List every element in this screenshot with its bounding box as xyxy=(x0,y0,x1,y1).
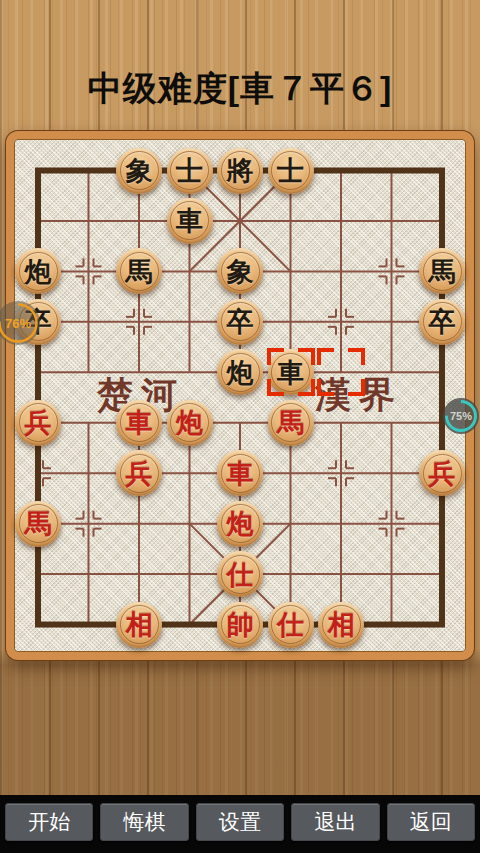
piece-glyph: 馬 xyxy=(277,409,304,436)
piece-red-soldier[interactable]: 兵 xyxy=(116,450,162,496)
piece-glyph: 兵 xyxy=(126,460,153,487)
black-progress-badge: 76% xyxy=(0,301,40,345)
piece-glyph: 兵 xyxy=(429,460,456,487)
start-button[interactable]: 开始 xyxy=(5,803,93,841)
game-screen: 中级难度[車７平６] 楚河 漢界 象士將士車炮馬象馬卒卒卒炮車兵車炮馬兵車兵馬炮… xyxy=(0,0,480,853)
piece-glyph: 將 xyxy=(227,157,254,184)
piece-black-chariot[interactable]: 車 xyxy=(167,198,213,244)
piece-glyph: 馬 xyxy=(429,258,456,285)
red-progress-badge: 75% xyxy=(443,398,479,434)
piece-glyph: 炮 xyxy=(227,359,254,386)
piece-red-cannon[interactable]: 炮 xyxy=(167,400,213,446)
piece-glyph: 炮 xyxy=(227,510,254,537)
piece-glyph: 馬 xyxy=(126,258,153,285)
back-button[interactable]: 返回 xyxy=(387,803,475,841)
piece-glyph: 兵 xyxy=(25,409,52,436)
piece-glyph: 仕 xyxy=(227,561,254,588)
piece-black-cannon[interactable]: 炮 xyxy=(217,349,263,395)
piece-black-advisor[interactable]: 士 xyxy=(268,148,314,194)
piece-black-advisor[interactable]: 士 xyxy=(167,148,213,194)
piece-black-soldier[interactable]: 卒 xyxy=(419,299,465,345)
settings-button[interactable]: 设置 xyxy=(196,803,284,841)
exit-button[interactable]: 退出 xyxy=(291,803,379,841)
piece-red-elephant[interactable]: 相 xyxy=(116,602,162,648)
piece-red-soldier[interactable]: 兵 xyxy=(419,450,465,496)
piece-glyph: 卒 xyxy=(429,308,456,335)
page-title: 中级难度[車７平６] xyxy=(0,66,480,112)
piece-red-soldier[interactable]: 兵 xyxy=(15,400,61,446)
piece-glyph: 相 xyxy=(126,611,153,638)
piece-glyph: 馬 xyxy=(25,510,52,537)
piece-glyph: 仕 xyxy=(277,611,304,638)
piece-red-elephant[interactable]: 相 xyxy=(318,602,364,648)
piece-glyph: 車 xyxy=(126,409,153,436)
piece-glyph: 炮 xyxy=(176,409,203,436)
bottom-toolbar: 开始 悔棋 设置 退出 返回 xyxy=(0,795,480,853)
piece-red-advisor[interactable]: 仕 xyxy=(217,551,263,597)
piece-red-cannon[interactable]: 炮 xyxy=(217,501,263,547)
piece-glyph: 象 xyxy=(126,157,153,184)
piece-black-general[interactable]: 將 xyxy=(217,148,263,194)
piece-glyph: 相 xyxy=(328,611,355,638)
piece-black-chariot[interactable]: 車 xyxy=(268,349,314,395)
piece-glyph: 炮 xyxy=(25,258,52,285)
progress-value: 76% xyxy=(5,316,31,331)
piece-red-advisor[interactable]: 仕 xyxy=(268,602,314,648)
piece-glyph: 帥 xyxy=(227,611,254,638)
piece-glyph: 車 xyxy=(227,460,254,487)
piece-red-chariot[interactable]: 車 xyxy=(116,400,162,446)
piece-glyph: 卒 xyxy=(227,308,254,335)
piece-black-elephant[interactable]: 象 xyxy=(116,148,162,194)
piece-glyph: 士 xyxy=(277,157,304,184)
piece-glyph: 象 xyxy=(227,258,254,285)
piece-glyph: 車 xyxy=(277,359,304,386)
piece-glyph: 車 xyxy=(176,207,203,234)
piece-red-horse[interactable]: 馬 xyxy=(268,400,314,446)
piece-red-general[interactable]: 帥 xyxy=(217,602,263,648)
river-label-han: 漢界 xyxy=(315,371,403,420)
undo-button[interactable]: 悔棋 xyxy=(100,803,188,841)
piece-red-horse[interactable]: 馬 xyxy=(15,501,61,547)
piece-glyph: 士 xyxy=(176,157,203,184)
piece-black-soldier[interactable]: 卒 xyxy=(217,299,263,345)
piece-red-chariot[interactable]: 車 xyxy=(217,450,263,496)
progress-value: 75% xyxy=(450,410,472,422)
